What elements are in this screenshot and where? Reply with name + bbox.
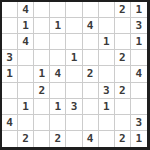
cell-r8c6[interactable] <box>83 115 99 131</box>
clue-digit: 1 <box>55 101 62 112</box>
clue-digit: 3 <box>136 20 143 31</box>
clue-digit: 1 <box>136 4 143 15</box>
cell-r6c9[interactable] <box>131 83 147 99</box>
cell-r9c2[interactable]: 2 <box>18 131 34 147</box>
cell-r3c4[interactable] <box>50 34 66 50</box>
cell-r2c1[interactable] <box>2 18 18 34</box>
clue-digit: 1 <box>22 20 29 31</box>
cell-r3c6[interactable] <box>83 34 99 50</box>
cell-r6c8[interactable]: 2 <box>115 83 131 99</box>
cell-r4c7[interactable] <box>99 50 115 66</box>
cell-r8c3[interactable] <box>34 115 50 131</box>
cell-r7c7[interactable]: 1 <box>99 99 115 115</box>
clue-digit: 2 <box>119 85 126 96</box>
clue-digit: 2 <box>22 133 29 144</box>
cell-r7c5[interactable]: 3 <box>66 99 82 115</box>
cell-r8c4[interactable] <box>50 115 66 131</box>
clue-digit: 1 <box>55 20 62 31</box>
cell-r7c3[interactable] <box>34 99 50 115</box>
cell-r1c9[interactable]: 1 <box>131 2 147 18</box>
cell-r4c2[interactable] <box>18 50 34 66</box>
cell-r2c3[interactable] <box>34 18 50 34</box>
cell-r2c5[interactable] <box>66 18 82 34</box>
clue-digit: 4 <box>55 68 62 79</box>
cell-r6c7[interactable]: 3 <box>99 83 115 99</box>
cell-r5c7[interactable] <box>99 66 115 82</box>
cell-r4c9[interactable] <box>131 50 147 66</box>
cell-r5c5[interactable] <box>66 66 82 82</box>
cell-r9c6[interactable]: 4 <box>83 131 99 147</box>
clue-digit: 1 <box>6 68 13 79</box>
cell-r3c1[interactable] <box>2 34 18 50</box>
cell-r2c2[interactable]: 1 <box>18 18 34 34</box>
clue-digit: 4 <box>136 68 143 79</box>
cell-r9c8[interactable]: 2 <box>115 131 131 147</box>
cell-r1c4[interactable] <box>50 2 66 18</box>
clue-digit: 4 <box>6 117 13 128</box>
clue-digit: 1 <box>38 68 45 79</box>
cell-r2c4[interactable]: 1 <box>50 18 66 34</box>
cell-r3c2[interactable]: 4 <box>18 34 34 50</box>
cell-r2c8[interactable] <box>115 18 131 34</box>
cell-r6c2[interactable] <box>18 83 34 99</box>
cell-r8c7[interactable] <box>99 115 115 131</box>
cell-r4c5[interactable]: 1 <box>66 50 82 66</box>
clue-digit: 1 <box>71 52 78 63</box>
cell-r9c3[interactable] <box>34 131 50 147</box>
cell-r9c7[interactable] <box>99 131 115 147</box>
cell-r8c2[interactable] <box>18 115 34 131</box>
clue-digit: 3 <box>136 117 143 128</box>
cell-r3c3[interactable] <box>34 34 50 50</box>
cell-r3c5[interactable] <box>66 34 82 50</box>
cell-r8c5[interactable] <box>66 115 82 131</box>
cell-r2c9[interactable]: 3 <box>131 18 147 34</box>
cell-r9c1[interactable] <box>2 131 18 147</box>
puzzle-board: 42111434113121142423211314322421 <box>0 0 150 150</box>
cell-r2c7[interactable] <box>99 18 115 34</box>
clue-digit: 4 <box>87 133 94 144</box>
cell-r4c6[interactable] <box>83 50 99 66</box>
cell-r9c9[interactable]: 1 <box>131 131 147 147</box>
cell-r5c9[interactable]: 4 <box>131 66 147 82</box>
cell-r1c7[interactable] <box>99 2 115 18</box>
cell-r4c3[interactable] <box>34 50 50 66</box>
cell-r5c4[interactable]: 4 <box>50 66 66 82</box>
cell-r9c4[interactable]: 2 <box>50 131 66 147</box>
cell-r5c3[interactable]: 1 <box>34 66 50 82</box>
clue-digit: 2 <box>87 68 94 79</box>
cell-r8c8[interactable] <box>115 115 131 131</box>
cell-r1c5[interactable] <box>66 2 82 18</box>
cell-r4c8[interactable]: 2 <box>115 50 131 66</box>
clue-digit: 2 <box>119 133 126 144</box>
cell-r5c2[interactable] <box>18 66 34 82</box>
cell-r3c7[interactable]: 1 <box>99 34 115 50</box>
clue-digit: 2 <box>119 52 126 63</box>
cell-r1c6[interactable] <box>83 2 99 18</box>
cell-r7c9[interactable] <box>131 99 147 115</box>
cell-r6c3[interactable]: 2 <box>34 83 50 99</box>
puzzle-area: 42111434113121142423211314322421 <box>0 0 150 150</box>
clue-digit: 2 <box>38 85 45 96</box>
cell-r8c1[interactable]: 4 <box>2 115 18 131</box>
cell-r3c8[interactable] <box>115 34 131 50</box>
cell-r7c1[interactable] <box>2 99 18 115</box>
cell-r4c1[interactable]: 3 <box>2 50 18 66</box>
cell-r7c8[interactable] <box>115 99 131 115</box>
cell-r4c4[interactable] <box>50 50 66 66</box>
cell-r6c4[interactable] <box>50 83 66 99</box>
cell-r6c6[interactable] <box>83 83 99 99</box>
cell-r1c8[interactable]: 2 <box>115 2 131 18</box>
cell-r8c9[interactable]: 3 <box>131 115 147 131</box>
cell-r3c9[interactable]: 1 <box>131 34 147 50</box>
cell-r5c6[interactable]: 2 <box>83 66 99 82</box>
cell-r7c4[interactable]: 1 <box>50 99 66 115</box>
clue-digit: 3 <box>71 101 78 112</box>
clue-digit: 4 <box>22 36 29 47</box>
clue-digit: 4 <box>87 20 94 31</box>
clue-digit: 3 <box>103 85 110 96</box>
cell-r5c1[interactable]: 1 <box>2 66 18 82</box>
cell-r7c2[interactable]: 1 <box>18 99 34 115</box>
cell-r1c2[interactable]: 4 <box>18 2 34 18</box>
cell-r1c1[interactable] <box>2 2 18 18</box>
cell-r6c5[interactable] <box>66 83 82 99</box>
clue-digit: 1 <box>136 36 143 47</box>
cell-r1c3[interactable] <box>34 2 50 18</box>
cell-r9c5[interactable] <box>66 131 82 147</box>
cell-r2c6[interactable]: 4 <box>83 18 99 34</box>
cell-r7c6[interactable] <box>83 99 99 115</box>
clue-digit: 1 <box>103 36 110 47</box>
cell-r5c8[interactable] <box>115 66 131 82</box>
cell-r6c1[interactable] <box>2 83 18 99</box>
clue-digit: 3 <box>6 52 13 63</box>
clue-digit: 1 <box>103 101 110 112</box>
clue-digit: 2 <box>119 4 126 15</box>
clue-digit: 1 <box>22 101 29 112</box>
clue-digit: 1 <box>136 133 143 144</box>
clue-digit: 4 <box>22 4 29 15</box>
clue-digit: 2 <box>55 133 62 144</box>
